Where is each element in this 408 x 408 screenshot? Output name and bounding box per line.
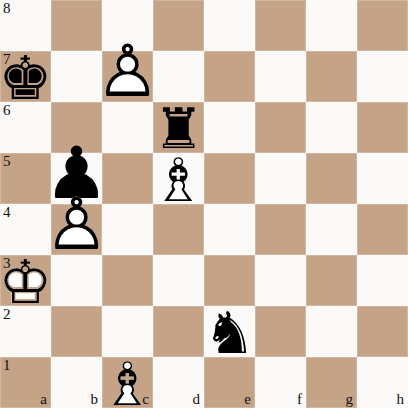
square-a3[interactable]: 3♚♔ bbox=[0, 255, 51, 306]
square-h7[interactable] bbox=[357, 51, 408, 102]
file-label-g: g bbox=[346, 392, 354, 407]
square-f3[interactable] bbox=[255, 255, 306, 306]
file-label-a: a bbox=[40, 392, 47, 407]
square-b1[interactable]: b bbox=[51, 357, 102, 408]
square-h4[interactable] bbox=[357, 204, 408, 255]
square-e2[interactable]: ♞ bbox=[204, 306, 255, 357]
rank-label-7: 7 bbox=[3, 52, 11, 67]
file-label-d: d bbox=[193, 392, 201, 407]
square-d7[interactable] bbox=[153, 51, 204, 102]
square-f8[interactable] bbox=[255, 0, 306, 51]
square-h3[interactable] bbox=[357, 255, 408, 306]
square-h6[interactable] bbox=[357, 102, 408, 153]
square-g7[interactable] bbox=[306, 51, 357, 102]
square-f6[interactable] bbox=[255, 102, 306, 153]
file-label-e: e bbox=[244, 392, 251, 407]
square-d8[interactable] bbox=[153, 0, 204, 51]
rank-label-3: 3 bbox=[3, 256, 11, 271]
rank-label-2: 2 bbox=[3, 307, 11, 322]
file-label-c: c bbox=[142, 392, 149, 407]
square-e4[interactable] bbox=[204, 204, 255, 255]
rank-label-1: 1 bbox=[3, 358, 11, 373]
square-g4[interactable] bbox=[306, 204, 357, 255]
square-d5[interactable]: ♝♗ bbox=[153, 153, 204, 204]
square-e8[interactable] bbox=[204, 0, 255, 51]
file-label-h: h bbox=[397, 392, 405, 407]
square-d2[interactable] bbox=[153, 306, 204, 357]
square-e7[interactable] bbox=[204, 51, 255, 102]
square-g6[interactable] bbox=[306, 102, 357, 153]
square-h1[interactable]: h bbox=[357, 357, 408, 408]
rank-label-4: 4 bbox=[3, 205, 11, 220]
square-f2[interactable] bbox=[255, 306, 306, 357]
square-g5[interactable] bbox=[306, 153, 357, 204]
chess-board-diagram: 87♚♟♙6♜5♟♝♗4♟♙3♚♔2♞1abc♝♗defgh bbox=[0, 0, 408, 408]
square-f4[interactable] bbox=[255, 204, 306, 255]
piece-outline-layer: ♗ bbox=[153, 154, 204, 205]
file-label-f: f bbox=[297, 392, 302, 407]
square-d3[interactable] bbox=[153, 255, 204, 306]
square-h2[interactable] bbox=[357, 306, 408, 357]
square-f7[interactable] bbox=[255, 51, 306, 102]
square-h5[interactable] bbox=[357, 153, 408, 204]
square-g1[interactable]: g bbox=[306, 357, 357, 408]
piece-outline-layer: ♙ bbox=[102, 45, 153, 96]
square-c7[interactable]: ♟♙ bbox=[102, 51, 153, 102]
square-f5[interactable] bbox=[255, 153, 306, 204]
square-g3[interactable] bbox=[306, 255, 357, 306]
square-d1[interactable]: d bbox=[153, 357, 204, 408]
square-c1[interactable]: c♝♗ bbox=[102, 357, 153, 408]
rank-label-8: 8 bbox=[3, 1, 11, 16]
square-e6[interactable] bbox=[204, 102, 255, 153]
square-a7[interactable]: 7♚ bbox=[0, 51, 51, 102]
square-c5[interactable] bbox=[102, 153, 153, 204]
piece-outline-layer: ♙ bbox=[51, 198, 102, 249]
square-e5[interactable] bbox=[204, 153, 255, 204]
square-b2[interactable] bbox=[51, 306, 102, 357]
file-label-b: b bbox=[91, 392, 99, 407]
piece-white-bishop[interactable]: ♝♗ bbox=[153, 154, 204, 205]
square-g8[interactable] bbox=[306, 0, 357, 51]
square-a1[interactable]: 1a bbox=[0, 357, 51, 408]
rank-label-6: 6 bbox=[3, 103, 11, 118]
piece-white-pawn[interactable]: ♟♙ bbox=[51, 198, 102, 249]
square-c3[interactable] bbox=[102, 255, 153, 306]
piece-black-knight[interactable]: ♞ bbox=[204, 307, 255, 358]
square-b4[interactable]: ♟♙ bbox=[51, 204, 102, 255]
square-h8[interactable] bbox=[357, 0, 408, 51]
square-f1[interactable]: f bbox=[255, 357, 306, 408]
square-c4[interactable] bbox=[102, 204, 153, 255]
rank-label-5: 5 bbox=[3, 154, 11, 169]
piece-white-pawn[interactable]: ♟♙ bbox=[102, 45, 153, 96]
square-g2[interactable] bbox=[306, 306, 357, 357]
piece-black-solid-layer: ♞ bbox=[204, 307, 255, 358]
chess-board: 87♚♟♙6♜5♟♝♗4♟♙3♚♔2♞1abc♝♗defgh bbox=[0, 0, 408, 408]
